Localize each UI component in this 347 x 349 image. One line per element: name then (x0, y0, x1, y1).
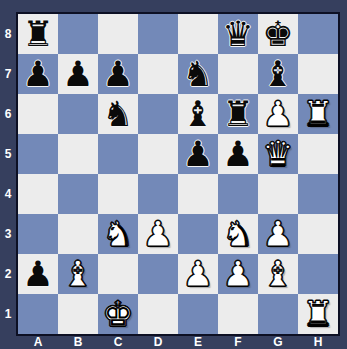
chess-app: 87654321 ♜♛♚♟♟♟♞♝♞♝♜♟♜♟♟♛♞♟♞♟♟♝♟♟♝♚♜ ABC… (0, 0, 347, 349)
square-a7[interactable]: ♟ (18, 54, 58, 94)
rank-label-6: 6 (1, 94, 15, 134)
square-h7[interactable] (298, 54, 338, 94)
square-e2[interactable]: ♟ (178, 254, 218, 294)
square-e3[interactable] (178, 214, 218, 254)
piece-black-rook[interactable]: ♜ (22, 17, 53, 52)
square-e8[interactable] (178, 14, 218, 54)
square-g5[interactable]: ♛ (258, 134, 298, 174)
square-d3[interactable]: ♟ (138, 214, 178, 254)
square-b7[interactable]: ♟ (58, 54, 98, 94)
square-b2[interactable]: ♝ (58, 254, 98, 294)
piece-white-knight[interactable]: ♞ (222, 217, 253, 252)
file-label-g: G (258, 336, 298, 349)
square-c4[interactable] (98, 174, 138, 214)
square-d5[interactable] (138, 134, 178, 174)
square-b3[interactable] (58, 214, 98, 254)
square-g6[interactable]: ♟ (258, 94, 298, 134)
square-a1[interactable] (18, 294, 58, 334)
piece-white-rook[interactable]: ♜ (302, 297, 333, 332)
square-h4[interactable] (298, 174, 338, 214)
piece-white-pawn[interactable]: ♟ (222, 257, 253, 292)
piece-black-bishop[interactable]: ♝ (262, 57, 293, 92)
square-a6[interactable] (18, 94, 58, 134)
square-f3[interactable]: ♞ (218, 214, 258, 254)
file-label-h: H (298, 336, 338, 349)
square-f4[interactable] (218, 174, 258, 214)
square-a8[interactable]: ♜ (18, 14, 58, 54)
chess-board: ♜♛♚♟♟♟♞♝♞♝♜♟♜♟♟♛♞♟♞♟♟♝♟♟♝♚♜ (18, 14, 338, 334)
square-g1[interactable] (258, 294, 298, 334)
square-d1[interactable] (138, 294, 178, 334)
square-a5[interactable] (18, 134, 58, 174)
board-frame: ♜♛♚♟♟♟♞♝♞♝♜♟♜♟♟♛♞♟♞♟♟♝♟♟♝♚♜ (16, 12, 340, 336)
rank-label-3: 3 (1, 214, 15, 254)
square-d2[interactable] (138, 254, 178, 294)
rank-label-4: 4 (1, 174, 15, 214)
file-label-f: F (218, 336, 258, 349)
square-h5[interactable] (298, 134, 338, 174)
square-c8[interactable] (98, 14, 138, 54)
file-label-d: D (138, 336, 178, 349)
file-label-b: B (58, 336, 98, 349)
square-c1[interactable]: ♚ (98, 294, 138, 334)
square-b5[interactable] (58, 134, 98, 174)
square-d4[interactable] (138, 174, 178, 214)
square-b1[interactable] (58, 294, 98, 334)
rank-label-8: 8 (1, 14, 15, 54)
square-e1[interactable] (178, 294, 218, 334)
file-label-e: E (178, 336, 218, 349)
piece-white-pawn[interactable]: ♟ (262, 97, 293, 132)
square-a3[interactable] (18, 214, 58, 254)
square-e6[interactable]: ♝ (178, 94, 218, 134)
rank-label-5: 5 (1, 134, 15, 174)
square-f2[interactable]: ♟ (218, 254, 258, 294)
square-f8[interactable]: ♛ (218, 14, 258, 54)
square-d7[interactable] (138, 54, 178, 94)
square-g2[interactable]: ♝ (258, 254, 298, 294)
square-d6[interactable] (138, 94, 178, 134)
square-b8[interactable] (58, 14, 98, 54)
piece-white-bishop[interactable]: ♝ (62, 257, 93, 292)
square-a4[interactable] (18, 174, 58, 214)
square-d8[interactable] (138, 14, 178, 54)
piece-white-rook[interactable]: ♜ (302, 97, 333, 132)
square-e7[interactable]: ♞ (178, 54, 218, 94)
piece-white-pawn[interactable]: ♟ (262, 217, 293, 252)
piece-white-bishop[interactable]: ♝ (262, 257, 293, 292)
square-g3[interactable]: ♟ (258, 214, 298, 254)
square-g4[interactable] (258, 174, 298, 214)
piece-black-knight[interactable]: ♞ (182, 57, 213, 92)
rank-label-7: 7 (1, 54, 15, 94)
piece-white-pawn[interactable]: ♟ (182, 257, 213, 292)
piece-black-king[interactable]: ♚ (262, 17, 293, 52)
square-a2[interactable]: ♟ (18, 254, 58, 294)
square-h1[interactable]: ♜ (298, 294, 338, 334)
square-e4[interactable] (178, 174, 218, 214)
piece-black-pawn[interactable]: ♟ (22, 257, 53, 292)
square-h6[interactable]: ♜ (298, 94, 338, 134)
piece-black-knight[interactable]: ♞ (102, 97, 133, 132)
square-f5[interactable]: ♟ (218, 134, 258, 174)
rank-label-2: 2 (1, 254, 15, 294)
piece-black-pawn[interactable]: ♟ (62, 57, 93, 92)
square-b6[interactable] (58, 94, 98, 134)
piece-black-pawn[interactable]: ♟ (222, 137, 253, 172)
piece-black-queen[interactable]: ♛ (222, 17, 253, 52)
square-c7[interactable]: ♟ (98, 54, 138, 94)
piece-black-pawn[interactable]: ♟ (102, 57, 133, 92)
square-h3[interactable] (298, 214, 338, 254)
piece-white-pawn[interactable]: ♟ (142, 217, 173, 252)
square-c5[interactable] (98, 134, 138, 174)
square-g7[interactable]: ♝ (258, 54, 298, 94)
square-f6[interactable]: ♜ (218, 94, 258, 134)
square-c3[interactable]: ♞ (98, 214, 138, 254)
file-label-a: A (18, 336, 58, 349)
rank-label-1: 1 (1, 294, 15, 334)
file-label-c: C (98, 336, 138, 349)
square-f1[interactable] (218, 294, 258, 334)
piece-white-knight[interactable]: ♞ (102, 217, 133, 252)
square-c6[interactable]: ♞ (98, 94, 138, 134)
square-g8[interactable]: ♚ (258, 14, 298, 54)
piece-white-king[interactable]: ♚ (102, 297, 133, 332)
piece-black-pawn[interactable]: ♟ (182, 137, 213, 172)
piece-black-bishop[interactable]: ♝ (182, 97, 213, 132)
square-f7[interactable] (218, 54, 258, 94)
square-b4[interactable] (58, 174, 98, 214)
square-e5[interactable]: ♟ (178, 134, 218, 174)
piece-black-rook[interactable]: ♜ (222, 97, 253, 132)
square-h2[interactable] (298, 254, 338, 294)
square-h8[interactable] (298, 14, 338, 54)
piece-black-pawn[interactable]: ♟ (22, 57, 53, 92)
piece-white-queen[interactable]: ♛ (262, 137, 293, 172)
square-c2[interactable] (98, 254, 138, 294)
